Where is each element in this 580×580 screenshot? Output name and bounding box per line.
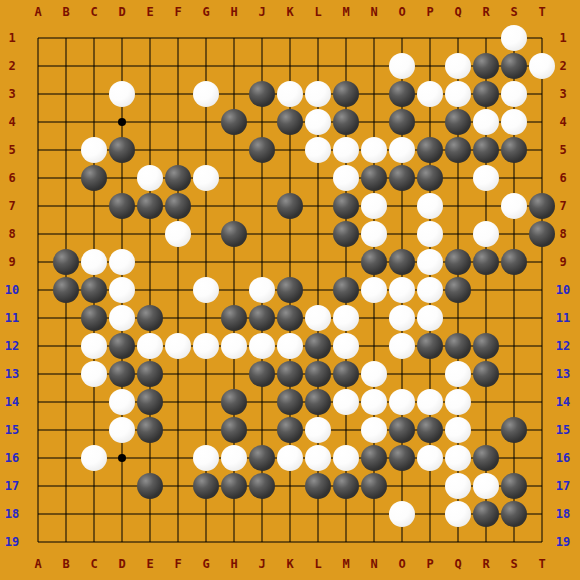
point-R6[interactable] — [472, 164, 500, 192]
black-stone-D5[interactable] — [109, 137, 135, 163]
point-C5[interactable] — [80, 136, 108, 164]
black-stone-J11[interactable] — [249, 305, 275, 331]
point-S14[interactable] — [500, 388, 528, 416]
point-S1[interactable] — [500, 24, 528, 52]
point-K17[interactable] — [276, 472, 304, 500]
point-C9[interactable] — [80, 248, 108, 276]
point-C18[interactable] — [80, 500, 108, 528]
black-stone-C6[interactable] — [81, 165, 107, 191]
white-stone-N15[interactable] — [361, 417, 387, 443]
point-N4[interactable] — [360, 108, 388, 136]
black-stone-L17[interactable] — [305, 473, 331, 499]
white-stone-F8[interactable] — [165, 221, 191, 247]
point-M19[interactable] — [332, 528, 360, 556]
point-E2[interactable] — [136, 52, 164, 80]
point-T17[interactable] — [528, 472, 556, 500]
point-R17[interactable] — [472, 472, 500, 500]
point-H18[interactable] — [220, 500, 248, 528]
point-K4[interactable] — [276, 108, 304, 136]
point-H10[interactable] — [220, 276, 248, 304]
point-H8[interactable] — [220, 220, 248, 248]
point-J13[interactable] — [248, 360, 276, 388]
white-stone-N14[interactable] — [361, 389, 387, 415]
point-R1[interactable] — [472, 24, 500, 52]
point-P15[interactable] — [416, 416, 444, 444]
point-B12[interactable] — [52, 332, 80, 360]
point-F14[interactable] — [164, 388, 192, 416]
point-G14[interactable] — [192, 388, 220, 416]
point-Q13[interactable] — [444, 360, 472, 388]
point-J10[interactable] — [248, 276, 276, 304]
point-G9[interactable] — [192, 248, 220, 276]
black-stone-M3[interactable] — [333, 81, 359, 107]
point-E10[interactable] — [136, 276, 164, 304]
point-G6[interactable] — [192, 164, 220, 192]
point-K15[interactable] — [276, 416, 304, 444]
point-P8[interactable] — [416, 220, 444, 248]
point-K5[interactable] — [276, 136, 304, 164]
white-stone-K12[interactable] — [277, 333, 303, 359]
point-A12[interactable] — [24, 332, 52, 360]
point-T5[interactable] — [528, 136, 556, 164]
black-stone-O15[interactable] — [389, 417, 415, 443]
point-J19[interactable] — [248, 528, 276, 556]
point-L17[interactable] — [304, 472, 332, 500]
point-D1[interactable] — [108, 24, 136, 52]
point-O6[interactable] — [388, 164, 416, 192]
point-D4[interactable] — [108, 108, 136, 136]
black-stone-N6[interactable] — [361, 165, 387, 191]
point-S8[interactable] — [500, 220, 528, 248]
point-A4[interactable] — [24, 108, 52, 136]
point-K18[interactable] — [276, 500, 304, 528]
white-stone-T2[interactable] — [529, 53, 555, 79]
black-stone-R18[interactable] — [473, 501, 499, 527]
white-stone-L15[interactable] — [305, 417, 331, 443]
point-P16[interactable] — [416, 444, 444, 472]
point-E6[interactable] — [136, 164, 164, 192]
point-F8[interactable] — [164, 220, 192, 248]
point-P7[interactable] — [416, 192, 444, 220]
point-O18[interactable] — [388, 500, 416, 528]
point-G8[interactable] — [192, 220, 220, 248]
black-stone-S17[interactable] — [501, 473, 527, 499]
white-stone-O12[interactable] — [389, 333, 415, 359]
point-S6[interactable] — [500, 164, 528, 192]
point-Q18[interactable] — [444, 500, 472, 528]
black-stone-J16[interactable] — [249, 445, 275, 471]
white-stone-D9[interactable] — [109, 249, 135, 275]
black-stone-N16[interactable] — [361, 445, 387, 471]
black-stone-J3[interactable] — [249, 81, 275, 107]
point-R13[interactable] — [472, 360, 500, 388]
black-stone-L12[interactable] — [305, 333, 331, 359]
point-G1[interactable] — [192, 24, 220, 52]
point-A8[interactable] — [24, 220, 52, 248]
point-N8[interactable] — [360, 220, 388, 248]
point-R14[interactable] — [472, 388, 500, 416]
point-M2[interactable] — [332, 52, 360, 80]
black-stone-E11[interactable] — [137, 305, 163, 331]
point-E18[interactable] — [136, 500, 164, 528]
white-stone-R17[interactable] — [473, 473, 499, 499]
white-stone-Q3[interactable] — [445, 81, 471, 107]
point-C3[interactable] — [80, 80, 108, 108]
black-stone-O6[interactable] — [389, 165, 415, 191]
point-Q4[interactable] — [444, 108, 472, 136]
black-stone-R2[interactable] — [473, 53, 499, 79]
point-H17[interactable] — [220, 472, 248, 500]
black-stone-N9[interactable] — [361, 249, 387, 275]
white-stone-M11[interactable] — [333, 305, 359, 331]
point-E8[interactable] — [136, 220, 164, 248]
black-stone-O16[interactable] — [389, 445, 415, 471]
point-T16[interactable] — [528, 444, 556, 472]
point-H2[interactable] — [220, 52, 248, 80]
point-R8[interactable] — [472, 220, 500, 248]
black-stone-O9[interactable] — [389, 249, 415, 275]
point-F12[interactable] — [164, 332, 192, 360]
point-E12[interactable] — [136, 332, 164, 360]
black-stone-S15[interactable] — [501, 417, 527, 443]
white-stone-Q16[interactable] — [445, 445, 471, 471]
black-stone-H17[interactable] — [221, 473, 247, 499]
white-stone-L4[interactable] — [305, 109, 331, 135]
point-P13[interactable] — [416, 360, 444, 388]
point-S10[interactable] — [500, 276, 528, 304]
point-T13[interactable] — [528, 360, 556, 388]
black-stone-K4[interactable] — [277, 109, 303, 135]
point-D19[interactable] — [108, 528, 136, 556]
white-stone-K16[interactable] — [277, 445, 303, 471]
point-C19[interactable] — [80, 528, 108, 556]
black-stone-P12[interactable] — [417, 333, 443, 359]
point-M7[interactable] — [332, 192, 360, 220]
point-T3[interactable] — [528, 80, 556, 108]
white-stone-S1[interactable] — [501, 25, 527, 51]
point-O1[interactable] — [388, 24, 416, 52]
point-D6[interactable] — [108, 164, 136, 192]
white-stone-N13[interactable] — [361, 361, 387, 387]
point-S7[interactable] — [500, 192, 528, 220]
point-S11[interactable] — [500, 304, 528, 332]
point-B19[interactable] — [52, 528, 80, 556]
point-A19[interactable] — [24, 528, 52, 556]
point-R16[interactable] — [472, 444, 500, 472]
black-stone-E7[interactable] — [137, 193, 163, 219]
point-E9[interactable] — [136, 248, 164, 276]
point-O14[interactable] — [388, 388, 416, 416]
point-N12[interactable] — [360, 332, 388, 360]
point-B7[interactable] — [52, 192, 80, 220]
point-Q2[interactable] — [444, 52, 472, 80]
point-J1[interactable] — [248, 24, 276, 52]
point-O10[interactable] — [388, 276, 416, 304]
point-M11[interactable] — [332, 304, 360, 332]
black-stone-P5[interactable] — [417, 137, 443, 163]
point-B11[interactable] — [52, 304, 80, 332]
point-R3[interactable] — [472, 80, 500, 108]
black-stone-R5[interactable] — [473, 137, 499, 163]
black-stone-H4[interactable] — [221, 109, 247, 135]
point-F6[interactable] — [164, 164, 192, 192]
white-stone-G16[interactable] — [193, 445, 219, 471]
point-M5[interactable] — [332, 136, 360, 164]
point-F17[interactable] — [164, 472, 192, 500]
point-N10[interactable] — [360, 276, 388, 304]
point-S5[interactable] — [500, 136, 528, 164]
point-R18[interactable] — [472, 500, 500, 528]
point-Q10[interactable] — [444, 276, 472, 304]
point-M1[interactable] — [332, 24, 360, 52]
white-stone-Q14[interactable] — [445, 389, 471, 415]
point-T4[interactable] — [528, 108, 556, 136]
point-A9[interactable] — [24, 248, 52, 276]
point-K10[interactable] — [276, 276, 304, 304]
point-T9[interactable] — [528, 248, 556, 276]
point-F18[interactable] — [164, 500, 192, 528]
point-N9[interactable] — [360, 248, 388, 276]
white-stone-G12[interactable] — [193, 333, 219, 359]
white-stone-E6[interactable] — [137, 165, 163, 191]
point-O3[interactable] — [388, 80, 416, 108]
point-H19[interactable] — [220, 528, 248, 556]
black-stone-H11[interactable] — [221, 305, 247, 331]
point-C1[interactable] — [80, 24, 108, 52]
black-stone-S2[interactable] — [501, 53, 527, 79]
point-O4[interactable] — [388, 108, 416, 136]
point-P19[interactable] — [416, 528, 444, 556]
black-stone-M8[interactable] — [333, 221, 359, 247]
black-stone-H8[interactable] — [221, 221, 247, 247]
white-stone-K3[interactable] — [277, 81, 303, 107]
black-stone-C10[interactable] — [81, 277, 107, 303]
point-J9[interactable] — [248, 248, 276, 276]
white-stone-O5[interactable] — [389, 137, 415, 163]
point-C12[interactable] — [80, 332, 108, 360]
point-P9[interactable] — [416, 248, 444, 276]
point-Q6[interactable] — [444, 164, 472, 192]
black-stone-Q12[interactable] — [445, 333, 471, 359]
point-K7[interactable] — [276, 192, 304, 220]
point-T12[interactable] — [528, 332, 556, 360]
white-stone-L3[interactable] — [305, 81, 331, 107]
black-stone-R13[interactable] — [473, 361, 499, 387]
black-stone-E15[interactable] — [137, 417, 163, 443]
black-stone-N17[interactable] — [361, 473, 387, 499]
black-stone-D7[interactable] — [109, 193, 135, 219]
point-H7[interactable] — [220, 192, 248, 220]
point-G15[interactable] — [192, 416, 220, 444]
black-stone-M7[interactable] — [333, 193, 359, 219]
point-E19[interactable] — [136, 528, 164, 556]
point-C16[interactable] — [80, 444, 108, 472]
point-G11[interactable] — [192, 304, 220, 332]
point-Q7[interactable] — [444, 192, 472, 220]
point-H11[interactable] — [220, 304, 248, 332]
point-M9[interactable] — [332, 248, 360, 276]
black-stone-B10[interactable] — [53, 277, 79, 303]
point-T15[interactable] — [528, 416, 556, 444]
point-A17[interactable] — [24, 472, 52, 500]
black-stone-E13[interactable] — [137, 361, 163, 387]
point-K9[interactable] — [276, 248, 304, 276]
point-O5[interactable] — [388, 136, 416, 164]
point-K3[interactable] — [276, 80, 304, 108]
white-stone-P14[interactable] — [417, 389, 443, 415]
point-M6[interactable] — [332, 164, 360, 192]
point-M16[interactable] — [332, 444, 360, 472]
black-stone-S9[interactable] — [501, 249, 527, 275]
white-stone-R4[interactable] — [473, 109, 499, 135]
white-stone-Q18[interactable] — [445, 501, 471, 527]
point-P10[interactable] — [416, 276, 444, 304]
point-O12[interactable] — [388, 332, 416, 360]
point-F9[interactable] — [164, 248, 192, 276]
white-stone-C13[interactable] — [81, 361, 107, 387]
white-stone-D10[interactable] — [109, 277, 135, 303]
point-J15[interactable] — [248, 416, 276, 444]
point-F13[interactable] — [164, 360, 192, 388]
point-Q1[interactable] — [444, 24, 472, 52]
point-M3[interactable] — [332, 80, 360, 108]
point-E5[interactable] — [136, 136, 164, 164]
point-N6[interactable] — [360, 164, 388, 192]
white-stone-O10[interactable] — [389, 277, 415, 303]
point-F1[interactable] — [164, 24, 192, 52]
point-P4[interactable] — [416, 108, 444, 136]
point-E13[interactable] — [136, 360, 164, 388]
point-P1[interactable] — [416, 24, 444, 52]
point-N16[interactable] — [360, 444, 388, 472]
black-stone-L13[interactable] — [305, 361, 331, 387]
point-P12[interactable] — [416, 332, 444, 360]
point-O15[interactable] — [388, 416, 416, 444]
black-stone-R9[interactable] — [473, 249, 499, 275]
point-N19[interactable] — [360, 528, 388, 556]
black-stone-H14[interactable] — [221, 389, 247, 415]
point-J16[interactable] — [248, 444, 276, 472]
black-stone-F6[interactable] — [165, 165, 191, 191]
black-stone-Q4[interactable] — [445, 109, 471, 135]
point-J7[interactable] — [248, 192, 276, 220]
point-N17[interactable] — [360, 472, 388, 500]
point-B3[interactable] — [52, 80, 80, 108]
point-R11[interactable] — [472, 304, 500, 332]
point-D5[interactable] — [108, 136, 136, 164]
point-H13[interactable] — [220, 360, 248, 388]
point-F16[interactable] — [164, 444, 192, 472]
white-stone-S7[interactable] — [501, 193, 527, 219]
point-S4[interactable] — [500, 108, 528, 136]
point-L10[interactable] — [304, 276, 332, 304]
point-G10[interactable] — [192, 276, 220, 304]
point-C10[interactable] — [80, 276, 108, 304]
black-stone-K15[interactable] — [277, 417, 303, 443]
black-stone-J17[interactable] — [249, 473, 275, 499]
white-stone-P9[interactable] — [417, 249, 443, 275]
point-B13[interactable] — [52, 360, 80, 388]
point-A7[interactable] — [24, 192, 52, 220]
black-stone-R16[interactable] — [473, 445, 499, 471]
point-D3[interactable] — [108, 80, 136, 108]
point-Q16[interactable] — [444, 444, 472, 472]
black-stone-G17[interactable] — [193, 473, 219, 499]
point-B14[interactable] — [52, 388, 80, 416]
black-stone-M4[interactable] — [333, 109, 359, 135]
point-J2[interactable] — [248, 52, 276, 80]
point-A3[interactable] — [24, 80, 52, 108]
point-R5[interactable] — [472, 136, 500, 164]
point-L3[interactable] — [304, 80, 332, 108]
point-N14[interactable] — [360, 388, 388, 416]
white-stone-Q13[interactable] — [445, 361, 471, 387]
point-F5[interactable] — [164, 136, 192, 164]
white-stone-J12[interactable] — [249, 333, 275, 359]
point-T11[interactable] — [528, 304, 556, 332]
point-H4[interactable] — [220, 108, 248, 136]
point-B6[interactable] — [52, 164, 80, 192]
point-R2[interactable] — [472, 52, 500, 80]
white-stone-G10[interactable] — [193, 277, 219, 303]
point-B5[interactable] — [52, 136, 80, 164]
point-Q8[interactable] — [444, 220, 472, 248]
black-stone-M10[interactable] — [333, 277, 359, 303]
point-F7[interactable] — [164, 192, 192, 220]
point-F11[interactable] — [164, 304, 192, 332]
point-L15[interactable] — [304, 416, 332, 444]
point-M8[interactable] — [332, 220, 360, 248]
point-B17[interactable] — [52, 472, 80, 500]
point-L1[interactable] — [304, 24, 332, 52]
point-A1[interactable] — [24, 24, 52, 52]
white-stone-M6[interactable] — [333, 165, 359, 191]
point-M15[interactable] — [332, 416, 360, 444]
point-R12[interactable] — [472, 332, 500, 360]
point-L16[interactable] — [304, 444, 332, 472]
point-K16[interactable] — [276, 444, 304, 472]
white-stone-M12[interactable] — [333, 333, 359, 359]
point-S19[interactable] — [500, 528, 528, 556]
white-stone-P10[interactable] — [417, 277, 443, 303]
white-stone-D14[interactable] — [109, 389, 135, 415]
point-B4[interactable] — [52, 108, 80, 136]
white-stone-P7[interactable] — [417, 193, 443, 219]
point-L8[interactable] — [304, 220, 332, 248]
point-E15[interactable] — [136, 416, 164, 444]
point-D15[interactable] — [108, 416, 136, 444]
point-C13[interactable] — [80, 360, 108, 388]
point-M18[interactable] — [332, 500, 360, 528]
point-A11[interactable] — [24, 304, 52, 332]
point-Q15[interactable] — [444, 416, 472, 444]
white-stone-C9[interactable] — [81, 249, 107, 275]
point-D2[interactable] — [108, 52, 136, 80]
white-stone-C5[interactable] — [81, 137, 107, 163]
point-E11[interactable] — [136, 304, 164, 332]
white-stone-L16[interactable] — [305, 445, 331, 471]
point-D10[interactable] — [108, 276, 136, 304]
point-O11[interactable] — [388, 304, 416, 332]
white-stone-P3[interactable] — [417, 81, 443, 107]
point-E14[interactable] — [136, 388, 164, 416]
point-P18[interactable] — [416, 500, 444, 528]
black-stone-R3[interactable] — [473, 81, 499, 107]
point-M13[interactable] — [332, 360, 360, 388]
point-E4[interactable] — [136, 108, 164, 136]
point-E16[interactable] — [136, 444, 164, 472]
white-stone-F12[interactable] — [165, 333, 191, 359]
